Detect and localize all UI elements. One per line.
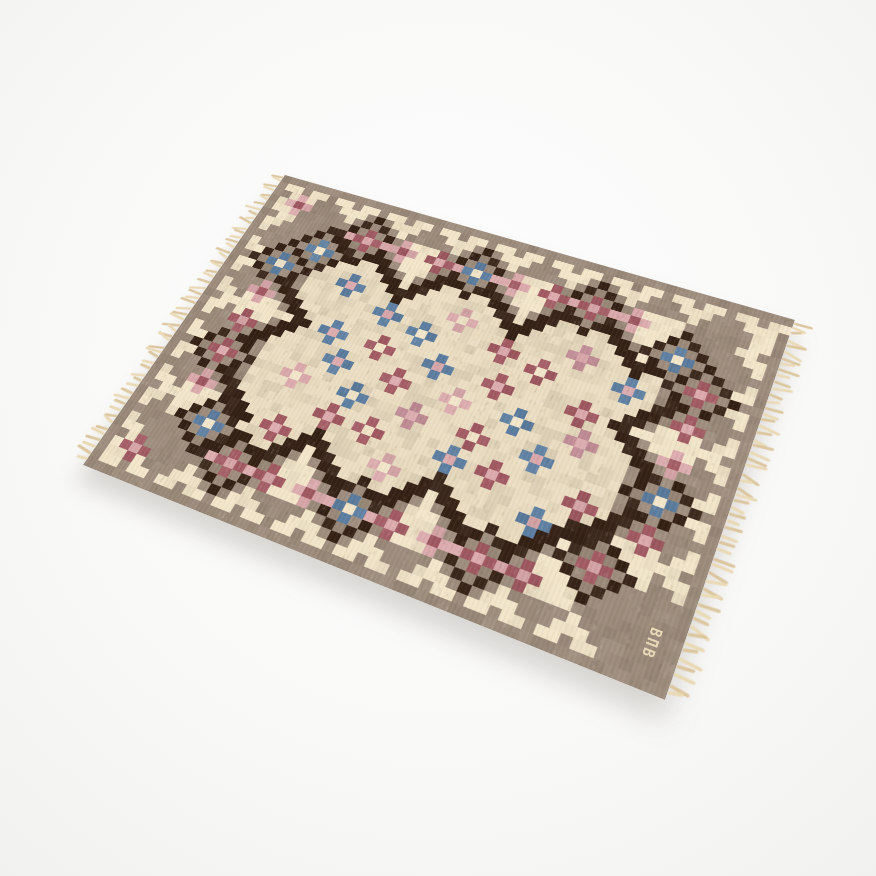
- fringe-strand: [225, 241, 235, 248]
- fringe-strand: [82, 440, 97, 448]
- fringe-strand: [120, 387, 134, 394]
- fringe-strand: [248, 209, 258, 215]
- fringe-strand: [125, 382, 139, 387]
- fringe-strand: [114, 398, 127, 405]
- fringe-strand: [139, 363, 151, 370]
- product-photo: BΠB: [0, 0, 876, 876]
- fringe-strand: [245, 204, 262, 210]
- fringe-strand: [790, 332, 802, 335]
- fringe-strand: [197, 278, 211, 284]
- fringe-strand: [188, 288, 202, 295]
- fringe-strand: [175, 307, 192, 310]
- fringe-strand: [85, 434, 101, 441]
- fringe-strand: [132, 376, 142, 382]
- fringe-strand: [76, 455, 88, 460]
- fringe-strand: [109, 405, 122, 411]
- fringe-strand: [253, 201, 265, 205]
